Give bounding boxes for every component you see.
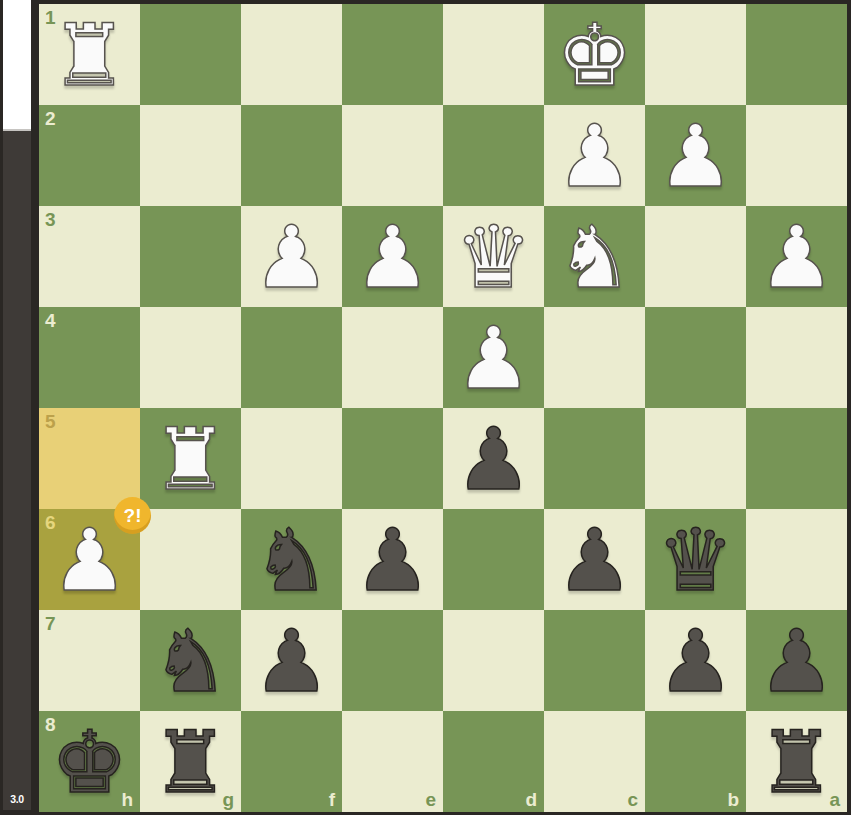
piece-black-rook[interactable]: ♜ <box>140 711 241 812</box>
rank-label-3: 3 <box>45 210 56 229</box>
file-label-b: b <box>727 790 739 809</box>
piece-black-knight[interactable]: ♞ <box>140 610 241 711</box>
piece-black-pawn[interactable]: ♟ <box>443 408 544 509</box>
square-b8[interactable]: b <box>645 711 746 812</box>
square-c4[interactable] <box>544 307 645 408</box>
piece-white-pawn[interactable]: ♟ <box>342 206 443 307</box>
square-a2[interactable] <box>746 105 847 206</box>
file-label-c: c <box>627 790 638 809</box>
square-h4[interactable]: 4 <box>39 307 140 408</box>
piece-white-knight[interactable]: ♞ <box>544 206 645 307</box>
square-c7[interactable] <box>544 610 645 711</box>
piece-black-pawn[interactable]: ♟ <box>645 610 746 711</box>
piece-black-pawn[interactable]: ♟ <box>544 509 645 610</box>
square-d5[interactable]: ♟ <box>443 408 544 509</box>
square-f7[interactable]: ♟ <box>241 610 342 711</box>
square-d8[interactable]: d <box>443 711 544 812</box>
square-a4[interactable] <box>746 307 847 408</box>
square-b3[interactable] <box>645 206 746 307</box>
square-e5[interactable] <box>342 408 443 509</box>
square-e1[interactable] <box>342 4 443 105</box>
board: 1♜♚2♟♟3♟♟♛♞♟4♟5♜♟6♟?!♞♟♟♛7♞♟♟♟8h♚g♜fedcb… <box>39 4 847 812</box>
square-a5[interactable] <box>746 408 847 509</box>
piece-white-king[interactable]: ♚ <box>544 4 645 105</box>
piece-black-pawn[interactable]: ♟ <box>342 509 443 610</box>
square-h5[interactable]: 5 <box>39 408 140 509</box>
square-f4[interactable] <box>241 307 342 408</box>
piece-black-pawn[interactable]: ♟ <box>241 610 342 711</box>
inaccuracy-badge: ?! <box>114 497 151 534</box>
square-f6[interactable]: ♞ <box>241 509 342 610</box>
square-e2[interactable] <box>342 105 443 206</box>
square-e8[interactable]: e <box>342 711 443 812</box>
square-f3[interactable]: ♟ <box>241 206 342 307</box>
square-b5[interactable] <box>645 408 746 509</box>
piece-white-rook[interactable]: ♜ <box>140 408 241 509</box>
rank-label-4: 4 <box>45 311 56 330</box>
file-label-f: f <box>329 790 335 809</box>
square-h7[interactable]: 7 <box>39 610 140 711</box>
piece-black-rook[interactable]: ♜ <box>746 711 847 812</box>
square-g3[interactable] <box>140 206 241 307</box>
square-e4[interactable] <box>342 307 443 408</box>
piece-white-pawn[interactable]: ♟ <box>544 105 645 206</box>
eval-bar-white-section <box>3 0 31 131</box>
square-g4[interactable] <box>140 307 241 408</box>
square-b7[interactable]: ♟ <box>645 610 746 711</box>
square-b1[interactable] <box>645 4 746 105</box>
square-d4[interactable]: ♟ <box>443 307 544 408</box>
piece-black-king[interactable]: ♚ <box>39 711 140 812</box>
square-a7[interactable]: ♟ <box>746 610 847 711</box>
rank-label-2: 2 <box>45 109 56 128</box>
square-h1[interactable]: 1♜ <box>39 4 140 105</box>
piece-white-queen[interactable]: ♛ <box>443 206 544 307</box>
file-label-e: e <box>425 790 436 809</box>
square-c2[interactable]: ♟ <box>544 105 645 206</box>
square-d2[interactable] <box>443 105 544 206</box>
piece-white-pawn[interactable]: ♟ <box>746 206 847 307</box>
piece-black-queen[interactable]: ♛ <box>645 509 746 610</box>
square-c3[interactable]: ♞ <box>544 206 645 307</box>
rank-label-5: 5 <box>45 412 56 431</box>
square-c5[interactable] <box>544 408 645 509</box>
square-b4[interactable] <box>645 307 746 408</box>
square-f2[interactable] <box>241 105 342 206</box>
piece-black-pawn[interactable]: ♟ <box>746 610 847 711</box>
eval-score-label: 3.0 <box>3 793 31 805</box>
square-h2[interactable]: 2 <box>39 105 140 206</box>
square-h3[interactable]: 3 <box>39 206 140 307</box>
square-h8[interactable]: 8h♚ <box>39 711 140 812</box>
square-g7[interactable]: ♞ <box>140 610 241 711</box>
square-a6[interactable] <box>746 509 847 610</box>
rank-label-7: 7 <box>45 614 56 633</box>
square-a3[interactable]: ♟ <box>746 206 847 307</box>
piece-white-pawn[interactable]: ♟ <box>645 105 746 206</box>
square-d6[interactable] <box>443 509 544 610</box>
piece-black-knight[interactable]: ♞ <box>241 509 342 610</box>
square-g1[interactable] <box>140 4 241 105</box>
square-h6[interactable]: 6♟?! <box>39 509 140 610</box>
square-c8[interactable]: c <box>544 711 645 812</box>
square-g2[interactable] <box>140 105 241 206</box>
square-d1[interactable] <box>443 4 544 105</box>
piece-white-pawn[interactable]: ♟ <box>443 307 544 408</box>
file-label-d: d <box>525 790 537 809</box>
square-c1[interactable]: ♚ <box>544 4 645 105</box>
square-c6[interactable]: ♟ <box>544 509 645 610</box>
square-d7[interactable] <box>443 610 544 711</box>
square-f8[interactable]: f <box>241 711 342 812</box>
square-e6[interactable]: ♟ <box>342 509 443 610</box>
square-a8[interactable]: a♜ <box>746 711 847 812</box>
square-e7[interactable] <box>342 610 443 711</box>
square-f5[interactable] <box>241 408 342 509</box>
eval-bar: 3.0 <box>3 0 31 810</box>
square-g8[interactable]: g♜ <box>140 711 241 812</box>
square-g5[interactable]: ♜ <box>140 408 241 509</box>
piece-white-rook[interactable]: ♜ <box>39 4 140 105</box>
square-d3[interactable]: ♛ <box>443 206 544 307</box>
square-g6[interactable] <box>140 509 241 610</box>
square-e3[interactable]: ♟ <box>342 206 443 307</box>
piece-white-pawn[interactable]: ♟ <box>241 206 342 307</box>
square-a1[interactable] <box>746 4 847 105</box>
square-b6[interactable]: ♛ <box>645 509 746 610</box>
square-f1[interactable] <box>241 4 342 105</box>
square-b2[interactable]: ♟ <box>645 105 746 206</box>
